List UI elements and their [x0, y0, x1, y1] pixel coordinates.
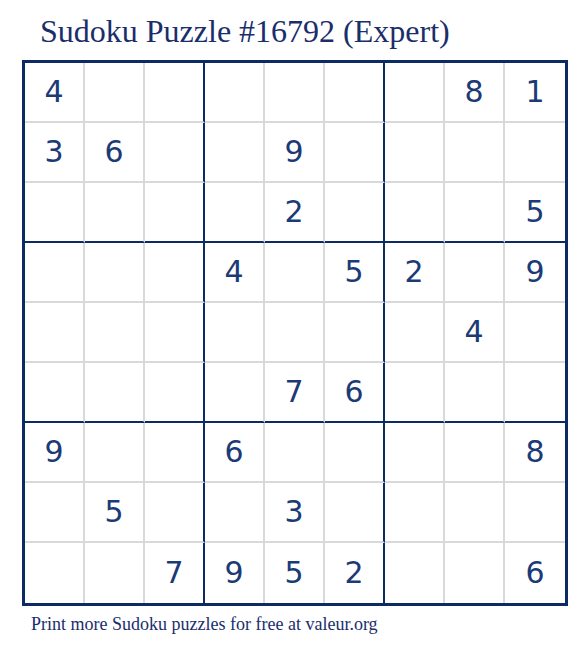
footer-text: Print more Sudoku puzzles for free at va…: [31, 614, 378, 635]
cell-r3c5: 2: [265, 183, 325, 243]
cell-r4c6: 5: [325, 243, 385, 303]
cell-r9c3: 7: [145, 543, 205, 603]
cell-r7c5: [265, 423, 325, 483]
cell-r7c1: 9: [25, 423, 85, 483]
cell-r8c9: [505, 483, 565, 543]
cell-r6c1: [25, 363, 85, 423]
cell-r7c8: [445, 423, 505, 483]
cell-r9c7: [385, 543, 445, 603]
cell-r8c7: [385, 483, 445, 543]
cell-r6c6: 6: [325, 363, 385, 423]
cell-r6c5: 7: [265, 363, 325, 423]
cell-r1c1: 4: [25, 63, 85, 123]
cell-r3c4: [205, 183, 265, 243]
cell-r3c7: [385, 183, 445, 243]
cell-r4c7: 2: [385, 243, 445, 303]
cell-r6c3: [145, 363, 205, 423]
cell-r1c9: 1: [505, 63, 565, 123]
cell-r2c3: [145, 123, 205, 183]
cell-r9c8: [445, 543, 505, 603]
cell-r9c2: [85, 543, 145, 603]
cell-r3c9: 5: [505, 183, 565, 243]
cell-r3c2: [85, 183, 145, 243]
cell-r2c5: 9: [265, 123, 325, 183]
cell-r8c3: [145, 483, 205, 543]
cell-r2c4: [205, 123, 265, 183]
cell-r3c1: [25, 183, 85, 243]
page-title: Sudoku Puzzle #16792 (Expert): [40, 14, 450, 49]
cell-r7c4: 6: [205, 423, 265, 483]
cell-r4c9: 9: [505, 243, 565, 303]
cell-r6c9: [505, 363, 565, 423]
cell-r6c4: [205, 363, 265, 423]
cell-r4c4: 4: [205, 243, 265, 303]
cell-r4c5: [265, 243, 325, 303]
cell-r2c9: [505, 123, 565, 183]
cell-r5c4: [205, 303, 265, 363]
cell-r7c6: [325, 423, 385, 483]
cell-r5c7: [385, 303, 445, 363]
cell-r5c6: [325, 303, 385, 363]
cell-r2c2: 6: [85, 123, 145, 183]
cell-r1c8: 8: [445, 63, 505, 123]
cell-r9c5: 5: [265, 543, 325, 603]
cell-r5c8: 4: [445, 303, 505, 363]
cell-r2c7: [385, 123, 445, 183]
cell-r5c1: [25, 303, 85, 363]
cell-r7c7: [385, 423, 445, 483]
cell-r1c7: [385, 63, 445, 123]
sudoku-grid: 4813692545294769685379526: [22, 60, 568, 606]
cell-r2c1: 3: [25, 123, 85, 183]
cell-r5c3: [145, 303, 205, 363]
cell-r8c8: [445, 483, 505, 543]
cell-r4c2: [85, 243, 145, 303]
cell-r4c1: [25, 243, 85, 303]
cell-r3c6: [325, 183, 385, 243]
cell-r3c3: [145, 183, 205, 243]
cell-r6c8: [445, 363, 505, 423]
cell-r2c8: [445, 123, 505, 183]
cell-r8c4: [205, 483, 265, 543]
cell-r2c6: [325, 123, 385, 183]
cell-r9c4: 9: [205, 543, 265, 603]
cell-r7c2: [85, 423, 145, 483]
cell-r5c9: [505, 303, 565, 363]
cell-r1c5: [265, 63, 325, 123]
cell-r4c3: [145, 243, 205, 303]
cell-r7c9: 8: [505, 423, 565, 483]
cell-r9c9: 6: [505, 543, 565, 603]
cell-r6c2: [85, 363, 145, 423]
cell-r9c1: [25, 543, 85, 603]
cell-r5c5: [265, 303, 325, 363]
cell-r8c2: 5: [85, 483, 145, 543]
cell-r9c6: 2: [325, 543, 385, 603]
cell-r8c6: [325, 483, 385, 543]
cell-r1c4: [205, 63, 265, 123]
cell-r8c5: 3: [265, 483, 325, 543]
cell-r8c1: [25, 483, 85, 543]
cell-r5c2: [85, 303, 145, 363]
cell-r4c8: [445, 243, 505, 303]
cell-r1c6: [325, 63, 385, 123]
cell-r7c3: [145, 423, 205, 483]
cell-r1c3: [145, 63, 205, 123]
cell-r3c8: [445, 183, 505, 243]
cell-r1c2: [85, 63, 145, 123]
cell-r6c7: [385, 363, 445, 423]
